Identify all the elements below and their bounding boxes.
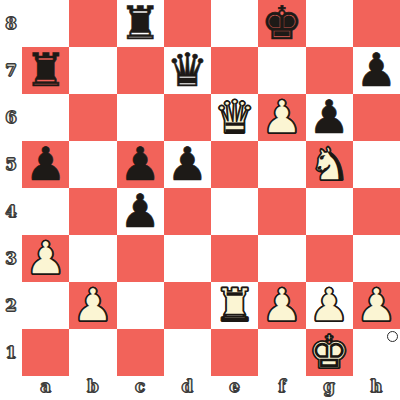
- black-king-f8: ♚: [261, 0, 302, 46]
- square-g7[interactable]: [306, 47, 353, 94]
- square-d1[interactable]: [164, 329, 211, 376]
- square-e3[interactable]: [211, 235, 258, 282]
- black-rook-a7: ♜: [25, 47, 66, 93]
- square-f4[interactable]: [258, 188, 305, 235]
- square-f3[interactable]: [258, 235, 305, 282]
- square-c5[interactable]: ♟: [117, 141, 164, 188]
- white-rook-e2: ♜: [214, 282, 255, 328]
- square-f1[interactable]: [258, 329, 305, 376]
- rank-labels: 87654321: [0, 0, 22, 376]
- square-b2[interactable]: ♟: [69, 282, 116, 329]
- white-pawn-g2: ♟: [309, 282, 350, 328]
- square-h5[interactable]: [353, 141, 400, 188]
- square-g1[interactable]: ♚: [306, 329, 353, 376]
- square-e6[interactable]: ♛: [211, 94, 258, 141]
- file-label-e: e: [211, 376, 258, 400]
- black-pawn-c4: ♟: [120, 188, 161, 234]
- square-e4[interactable]: [211, 188, 258, 235]
- square-e8[interactable]: [211, 0, 258, 47]
- square-g8[interactable]: [306, 0, 353, 47]
- rank-label-4: 4: [0, 188, 22, 235]
- white-to-move-indicator: [387, 331, 398, 342]
- square-b1[interactable]: [69, 329, 116, 376]
- file-label-g: g: [306, 376, 353, 400]
- black-pawn-g6: ♟: [309, 94, 350, 140]
- white-pawn-a3: ♟: [25, 235, 66, 281]
- rank-label-3: 3: [0, 235, 22, 282]
- square-c4[interactable]: ♟: [117, 188, 164, 235]
- file-label-b: b: [69, 376, 116, 400]
- rank-label-6: 6: [0, 94, 22, 141]
- chess-board: ♜♚♜♛♟♛♟♟♟♟♟♞♟♟♟♜♟♟♟♚: [22, 0, 400, 376]
- file-label-d: d: [164, 376, 211, 400]
- square-g5[interactable]: ♞: [306, 141, 353, 188]
- black-pawn-d5: ♟: [167, 141, 208, 187]
- white-pawn-b2: ♟: [72, 282, 113, 328]
- black-pawn-c5: ♟: [120, 141, 161, 187]
- white-pawn-h2: ♟: [356, 282, 397, 328]
- white-queen-e6: ♛: [214, 94, 255, 140]
- rank-label-2: 2: [0, 282, 22, 329]
- square-c3[interactable]: [117, 235, 164, 282]
- square-g6[interactable]: ♟: [306, 94, 353, 141]
- white-pawn-f2: ♟: [261, 282, 302, 328]
- rank-label-1: 1: [0, 329, 22, 376]
- square-c7[interactable]: [117, 47, 164, 94]
- square-f8[interactable]: ♚: [258, 0, 305, 47]
- file-label-a: a: [22, 376, 69, 400]
- rank-label-8: 8: [0, 0, 22, 47]
- black-pawn-h7: ♟: [356, 47, 397, 93]
- square-a6[interactable]: [22, 94, 69, 141]
- square-d7[interactable]: ♛: [164, 47, 211, 94]
- black-rook-c8: ♜: [120, 0, 161, 46]
- square-f6[interactable]: ♟: [258, 94, 305, 141]
- square-e7[interactable]: [211, 47, 258, 94]
- file-label-f: f: [258, 376, 305, 400]
- square-g4[interactable]: [306, 188, 353, 235]
- square-d6[interactable]: [164, 94, 211, 141]
- square-a1[interactable]: [22, 329, 69, 376]
- white-knight-g5: ♞: [309, 141, 350, 187]
- square-a3[interactable]: ♟: [22, 235, 69, 282]
- square-c1[interactable]: [117, 329, 164, 376]
- square-b6[interactable]: [69, 94, 116, 141]
- square-b8[interactable]: [69, 0, 116, 47]
- black-pawn-a5: ♟: [25, 141, 66, 187]
- square-b7[interactable]: [69, 47, 116, 94]
- white-king-g1: ♚: [309, 329, 350, 375]
- square-d2[interactable]: [164, 282, 211, 329]
- square-a5[interactable]: ♟: [22, 141, 69, 188]
- square-h4[interactable]: [353, 188, 400, 235]
- square-a8[interactable]: [22, 0, 69, 47]
- square-c8[interactable]: ♜: [117, 0, 164, 47]
- square-e5[interactable]: [211, 141, 258, 188]
- square-e2[interactable]: ♜: [211, 282, 258, 329]
- square-d4[interactable]: [164, 188, 211, 235]
- white-pawn-f6: ♟: [261, 94, 302, 140]
- file-labels: abcdefgh: [22, 376, 400, 400]
- square-b4[interactable]: [69, 188, 116, 235]
- black-queen-d7: ♛: [167, 47, 208, 93]
- square-c6[interactable]: [117, 94, 164, 141]
- square-a7[interactable]: ♜: [22, 47, 69, 94]
- square-f2[interactable]: ♟: [258, 282, 305, 329]
- square-e1[interactable]: [211, 329, 258, 376]
- square-a2[interactable]: [22, 282, 69, 329]
- square-h8[interactable]: [353, 0, 400, 47]
- file-label-c: c: [117, 376, 164, 400]
- square-c2[interactable]: [117, 282, 164, 329]
- square-b5[interactable]: [69, 141, 116, 188]
- square-g2[interactable]: ♟: [306, 282, 353, 329]
- square-h2[interactable]: ♟: [353, 282, 400, 329]
- square-f7[interactable]: [258, 47, 305, 94]
- square-b3[interactable]: [69, 235, 116, 282]
- chess-diagram: 87654321 ♜♚♜♛♟♛♟♟♟♟♟♞♟♟♟♜♟♟♟♚ abcdefgh: [0, 0, 400, 400]
- square-d3[interactable]: [164, 235, 211, 282]
- square-h3[interactable]: [353, 235, 400, 282]
- square-f5[interactable]: [258, 141, 305, 188]
- square-h7[interactable]: ♟: [353, 47, 400, 94]
- square-a4[interactable]: [22, 188, 69, 235]
- rank-label-5: 5: [0, 141, 22, 188]
- square-d5[interactable]: ♟: [164, 141, 211, 188]
- square-g3[interactable]: [306, 235, 353, 282]
- rank-label-7: 7: [0, 47, 22, 94]
- square-d8[interactable]: [164, 0, 211, 47]
- square-h6[interactable]: [353, 94, 400, 141]
- file-label-h: h: [353, 376, 400, 400]
